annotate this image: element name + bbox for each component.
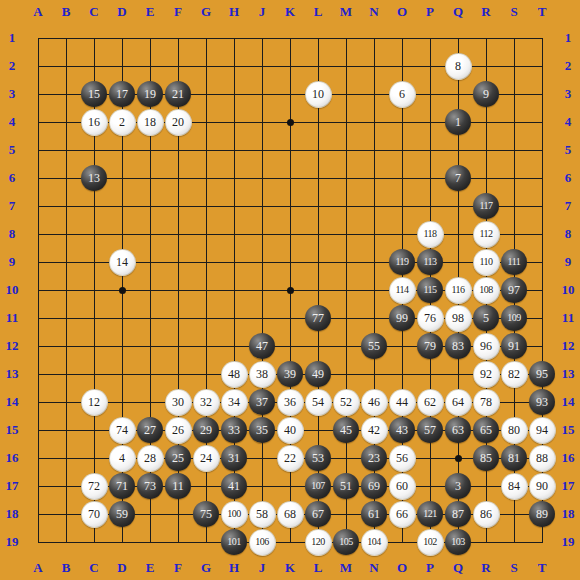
stone-white-j18-move-58: 58 (249, 501, 276, 528)
move-number: 54 (312, 396, 324, 408)
stone-black-f3-move-21: 21 (165, 81, 191, 107)
coord-right-6: 6 (556, 164, 580, 192)
stone-black-r16-move-85: 85 (473, 445, 499, 471)
move-number: 119 (395, 257, 408, 267)
stone-white-k18-move-68: 68 (277, 501, 304, 528)
move-number: 87 (452, 508, 464, 520)
star-point-k4 (287, 119, 294, 126)
move-number: 56 (396, 452, 408, 464)
move-number: 11 (172, 480, 184, 492)
move-number: 73 (144, 480, 156, 492)
move-number: 93 (536, 396, 548, 408)
coord-top-H: H (220, 0, 248, 24)
stone-black-q15-move-63: 63 (445, 417, 471, 443)
coord-right-18: 18 (556, 500, 580, 528)
coord-bottom-D: D (108, 556, 136, 580)
move-number: 55 (368, 340, 380, 352)
coord-top-B: B (52, 0, 80, 24)
stone-white-o14-move-44: 44 (389, 389, 416, 416)
stone-white-e4-move-18: 18 (137, 109, 164, 136)
move-number: 92 (480, 368, 492, 380)
stone-white-f4-move-20: 20 (165, 109, 192, 136)
stone-white-r14-move-78: 78 (473, 389, 500, 416)
go-board[interactable]: AABBCCDDEEFFGGHHJJKKLLMMNNOOPPQQRRSSTT11… (0, 0, 580, 580)
stone-white-s17-move-84: 84 (501, 473, 528, 500)
move-number: 24 (200, 452, 212, 464)
coord-bottom-P: P (416, 556, 444, 580)
stone-white-l3-move-10: 10 (305, 81, 332, 108)
coord-top-R: R (472, 0, 500, 24)
stone-black-l18-move-67: 67 (305, 501, 331, 527)
stone-black-e17-move-73: 73 (137, 473, 163, 499)
move-number: 29 (200, 424, 212, 436)
stone-black-t18-move-89: 89 (529, 501, 555, 527)
coord-bottom-L: L (304, 556, 332, 580)
move-number: 80 (508, 424, 520, 436)
move-number: 96 (480, 340, 492, 352)
move-number: 106 (255, 537, 269, 547)
move-number: 94 (536, 424, 548, 436)
move-number: 51 (340, 480, 352, 492)
star-point-d10 (119, 287, 126, 294)
stone-white-p19-move-102: 102 (417, 529, 444, 556)
stone-white-d9-move-14: 14 (109, 249, 136, 276)
move-number: 120 (311, 537, 325, 547)
stone-white-r12-move-96: 96 (473, 333, 500, 360)
move-number: 78 (480, 396, 492, 408)
coord-bottom-K: K (276, 556, 304, 580)
move-number: 121 (423, 509, 437, 519)
coord-left-17: 17 (0, 472, 24, 500)
move-number: 21 (172, 88, 184, 100)
coord-right-9: 9 (556, 248, 580, 276)
move-number: 71 (116, 480, 128, 492)
coord-right-10: 10 (556, 276, 580, 304)
coord-left-10: 10 (0, 276, 24, 304)
stone-black-e15-move-27: 27 (137, 417, 163, 443)
coord-left-18: 18 (0, 500, 24, 528)
move-number: 1 (455, 116, 461, 128)
stone-white-p14-move-62: 62 (417, 389, 444, 416)
move-number: 105 (339, 537, 353, 547)
stone-black-q17-move-3: 3 (445, 473, 471, 499)
stone-black-s16-move-81: 81 (501, 445, 527, 471)
stone-black-d3-move-17: 17 (109, 81, 135, 107)
stone-white-d15-move-74: 74 (109, 417, 136, 444)
stone-white-m14-move-52: 52 (333, 389, 360, 416)
coord-left-2: 2 (0, 52, 24, 80)
move-number: 41 (228, 480, 240, 492)
coord-bottom-G: G (192, 556, 220, 580)
coord-right-2: 2 (556, 52, 580, 80)
move-number: 59 (116, 508, 128, 520)
move-number: 89 (536, 508, 548, 520)
move-number: 67 (312, 508, 324, 520)
stone-black-t14-move-93: 93 (529, 389, 555, 415)
stone-white-s15-move-80: 80 (501, 417, 528, 444)
stone-white-n19-move-104: 104 (361, 529, 388, 556)
stone-white-c17-move-72: 72 (81, 473, 108, 500)
coord-left-15: 15 (0, 416, 24, 444)
stone-black-o15-move-43: 43 (389, 417, 415, 443)
move-number: 22 (284, 452, 296, 464)
stone-white-r8-move-112: 112 (473, 221, 500, 248)
stone-black-f16-move-25: 25 (165, 445, 191, 471)
move-number: 74 (116, 424, 128, 436)
stone-white-h14-move-34: 34 (221, 389, 248, 416)
move-number: 85 (480, 452, 492, 464)
move-number: 104 (367, 537, 381, 547)
coord-bottom-S: S (500, 556, 528, 580)
move-number: 114 (395, 285, 408, 295)
move-number: 8 (455, 60, 461, 72)
coord-right-13: 13 (556, 360, 580, 388)
stone-white-r18-move-86: 86 (473, 501, 500, 528)
coord-right-11: 11 (556, 304, 580, 332)
move-number: 19 (144, 88, 156, 100)
move-number: 113 (423, 257, 436, 267)
coord-top-O: O (388, 0, 416, 24)
coord-bottom-O: O (388, 556, 416, 580)
move-number: 90 (536, 480, 548, 492)
stone-black-c6-move-13: 13 (81, 165, 107, 191)
coord-bottom-Q: Q (444, 556, 472, 580)
move-number: 117 (479, 201, 492, 211)
stone-black-e3-move-19: 19 (137, 81, 163, 107)
coord-bottom-H: H (220, 556, 248, 580)
coord-top-N: N (360, 0, 388, 24)
coord-bottom-T: T (528, 556, 556, 580)
coord-left-1: 1 (0, 24, 24, 52)
stone-white-f14-move-30: 30 (165, 389, 192, 416)
stone-black-j15-move-35: 35 (249, 417, 275, 443)
move-number: 2 (119, 116, 125, 128)
move-number: 98 (452, 312, 464, 324)
coord-right-17: 17 (556, 472, 580, 500)
stone-black-n17-move-69: 69 (361, 473, 387, 499)
stone-black-g18-move-75: 75 (193, 501, 219, 527)
stone-black-p9-move-113: 113 (417, 249, 443, 275)
stone-black-d18-move-59: 59 (109, 501, 135, 527)
stone-white-g14-move-32: 32 (193, 389, 220, 416)
move-number: 7 (455, 172, 461, 184)
move-number: 13 (88, 172, 100, 184)
stone-black-h15-move-33: 33 (221, 417, 247, 443)
stone-black-m15-move-45: 45 (333, 417, 359, 443)
move-number: 99 (396, 312, 408, 324)
stone-white-o16-move-56: 56 (389, 445, 416, 472)
move-number: 103 (451, 537, 465, 547)
move-number: 118 (423, 229, 436, 239)
move-number: 58 (256, 508, 268, 520)
move-number: 111 (508, 257, 521, 267)
stone-black-g15-move-29: 29 (193, 417, 219, 443)
move-number: 110 (479, 257, 492, 267)
stone-black-n12-move-55: 55 (361, 333, 387, 359)
move-number: 77 (312, 312, 324, 324)
stone-white-e16-move-28: 28 (137, 445, 164, 472)
move-number: 46 (368, 396, 380, 408)
stone-black-d17-move-71: 71 (109, 473, 135, 499)
stone-black-q19-move-103: 103 (445, 529, 471, 555)
move-number: 42 (368, 424, 380, 436)
stone-white-q2-move-8: 8 (445, 53, 472, 80)
move-number: 72 (88, 480, 100, 492)
stone-black-r15-move-65: 65 (473, 417, 499, 443)
move-number: 116 (451, 285, 464, 295)
stone-white-c4-move-16: 16 (81, 109, 108, 136)
stone-black-p12-move-79: 79 (417, 333, 443, 359)
move-number: 107 (311, 481, 325, 491)
coord-left-14: 14 (0, 388, 24, 416)
move-number: 12 (88, 396, 100, 408)
stone-white-q10-move-116: 116 (445, 277, 472, 304)
star-point-q16 (455, 455, 462, 462)
move-number: 48 (228, 368, 240, 380)
stone-black-p18-move-121: 121 (417, 501, 443, 527)
stone-black-k13-move-39: 39 (277, 361, 303, 387)
coord-right-15: 15 (556, 416, 580, 444)
stone-white-k16-move-22: 22 (277, 445, 304, 472)
stone-white-r9-move-110: 110 (473, 249, 500, 276)
stone-white-d16-move-4: 4 (109, 445, 136, 472)
move-number: 44 (396, 396, 408, 408)
stone-black-s11-move-109: 109 (501, 305, 527, 331)
stone-white-g16-move-24: 24 (193, 445, 220, 472)
coord-bottom-N: N (360, 556, 388, 580)
stone-black-m19-move-105: 105 (333, 529, 359, 555)
move-number: 47 (256, 340, 268, 352)
move-number: 88 (536, 452, 548, 464)
move-number: 32 (200, 396, 212, 408)
coord-left-9: 9 (0, 248, 24, 276)
coord-right-5: 5 (556, 136, 580, 164)
stone-white-p8-move-118: 118 (417, 221, 444, 248)
move-number: 23 (368, 452, 380, 464)
stone-white-h13-move-48: 48 (221, 361, 248, 388)
stone-black-r7-move-117: 117 (473, 193, 499, 219)
move-number: 112 (479, 229, 492, 239)
stone-black-h16-move-31: 31 (221, 445, 247, 471)
move-number: 4 (119, 452, 125, 464)
stone-black-l17-move-107: 107 (305, 473, 331, 499)
coord-top-F: F (164, 0, 192, 24)
stone-black-q12-move-83: 83 (445, 333, 471, 359)
stone-white-r10-move-108: 108 (473, 277, 500, 304)
stone-white-c18-move-70: 70 (81, 501, 108, 528)
stone-black-c3-move-15: 15 (81, 81, 107, 107)
move-number: 30 (172, 396, 184, 408)
stone-black-q4-move-1: 1 (445, 109, 471, 135)
stone-white-t16-move-88: 88 (529, 445, 556, 472)
stone-white-q14-move-64: 64 (445, 389, 472, 416)
coord-right-14: 14 (556, 388, 580, 416)
coord-top-S: S (500, 0, 528, 24)
move-number: 3 (455, 480, 461, 492)
move-number: 36 (284, 396, 296, 408)
coord-top-L: L (304, 0, 332, 24)
move-number: 34 (228, 396, 240, 408)
stone-white-o18-move-66: 66 (389, 501, 416, 528)
move-number: 39 (284, 368, 296, 380)
move-number: 61 (368, 508, 380, 520)
coord-top-Q: Q (444, 0, 472, 24)
move-number: 26 (172, 424, 184, 436)
coord-bottom-C: C (80, 556, 108, 580)
move-number: 16 (88, 116, 100, 128)
coord-bottom-J: J (248, 556, 276, 580)
coord-left-3: 3 (0, 80, 24, 108)
stone-white-d4-move-2: 2 (109, 109, 136, 136)
coord-left-12: 12 (0, 332, 24, 360)
stone-black-n18-move-61: 61 (361, 501, 387, 527)
stone-black-j12-move-47: 47 (249, 333, 275, 359)
stone-white-q11-move-98: 98 (445, 305, 472, 332)
coord-left-11: 11 (0, 304, 24, 332)
go-kifu-diagram: AABBCCDDEEFFGGHHJJKKLLMMNNOOPPQQRRSSTT11… (0, 0, 580, 580)
move-number: 43 (396, 424, 408, 436)
move-number: 81 (508, 452, 520, 464)
coord-right-8: 8 (556, 220, 580, 248)
move-number: 79 (424, 340, 436, 352)
coord-right-1: 1 (556, 24, 580, 52)
move-number: 76 (424, 312, 436, 324)
stone-white-h18-move-100: 100 (221, 501, 248, 528)
coord-right-12: 12 (556, 332, 580, 360)
stone-black-h19-move-101: 101 (221, 529, 247, 555)
move-number: 45 (340, 424, 352, 436)
stone-black-s10-move-97: 97 (501, 277, 527, 303)
move-number: 95 (536, 368, 548, 380)
stone-black-l13-move-49: 49 (305, 361, 331, 387)
stone-black-s9-move-111: 111 (501, 249, 527, 275)
stone-black-r3-move-9: 9 (473, 81, 499, 107)
coord-left-19: 19 (0, 528, 24, 556)
stone-black-p15-move-57: 57 (417, 417, 443, 443)
move-number: 18 (144, 116, 156, 128)
move-number: 53 (312, 452, 324, 464)
stone-black-p10-move-115: 115 (417, 277, 443, 303)
move-number: 65 (480, 424, 492, 436)
stone-black-j14-move-37: 37 (249, 389, 275, 415)
coord-top-G: G (192, 0, 220, 24)
move-number: 57 (424, 424, 436, 436)
stone-white-t17-move-90: 90 (529, 473, 556, 500)
stone-white-o3-move-6: 6 (389, 81, 416, 108)
move-number: 108 (479, 285, 493, 295)
coord-top-E: E (136, 0, 164, 24)
move-number: 17 (116, 88, 128, 100)
coord-left-4: 4 (0, 108, 24, 136)
coord-right-7: 7 (556, 192, 580, 220)
move-number: 100 (227, 509, 241, 519)
move-number: 28 (144, 452, 156, 464)
stone-black-l16-move-53: 53 (305, 445, 331, 471)
stone-white-j19-move-106: 106 (249, 529, 276, 556)
stone-black-t13-move-95: 95 (529, 361, 555, 387)
stone-white-r13-move-92: 92 (473, 361, 500, 388)
coord-right-16: 16 (556, 444, 580, 472)
move-number: 38 (256, 368, 268, 380)
move-number: 9 (483, 88, 489, 100)
coord-left-7: 7 (0, 192, 24, 220)
stone-black-m17-move-51: 51 (333, 473, 359, 499)
move-number: 69 (368, 480, 380, 492)
move-number: 62 (424, 396, 436, 408)
coord-top-P: P (416, 0, 444, 24)
stone-white-n14-move-46: 46 (361, 389, 388, 416)
coord-bottom-A: A (24, 556, 52, 580)
coord-top-D: D (108, 0, 136, 24)
move-number: 15 (88, 88, 100, 100)
move-number: 91 (508, 340, 520, 352)
coord-bottom-M: M (332, 556, 360, 580)
stone-black-l11-move-77: 77 (305, 305, 331, 331)
move-number: 33 (228, 424, 240, 436)
stone-black-f17-move-11: 11 (165, 473, 191, 499)
stone-white-f15-move-26: 26 (165, 417, 192, 444)
move-number: 20 (172, 116, 184, 128)
move-number: 63 (452, 424, 464, 436)
move-number: 75 (200, 508, 212, 520)
stone-black-r11-move-5: 5 (473, 305, 499, 331)
move-number: 86 (480, 508, 492, 520)
move-number: 101 (227, 537, 241, 547)
move-number: 82 (508, 368, 520, 380)
stone-black-q18-move-87: 87 (445, 501, 471, 527)
coord-left-5: 5 (0, 136, 24, 164)
coord-left-16: 16 (0, 444, 24, 472)
coord-top-J: J (248, 0, 276, 24)
stone-white-l19-move-120: 120 (305, 529, 332, 556)
coord-bottom-E: E (136, 556, 164, 580)
coord-right-19: 19 (556, 528, 580, 556)
stone-white-s13-move-82: 82 (501, 361, 528, 388)
move-number: 25 (172, 452, 184, 464)
coord-bottom-B: B (52, 556, 80, 580)
stone-white-j13-move-38: 38 (249, 361, 276, 388)
coord-left-13: 13 (0, 360, 24, 388)
move-number: 115 (423, 285, 436, 295)
move-number: 68 (284, 508, 296, 520)
stone-white-n15-move-42: 42 (361, 417, 388, 444)
move-number: 14 (116, 256, 128, 268)
coord-top-A: A (24, 0, 52, 24)
stone-white-k14-move-36: 36 (277, 389, 304, 416)
stone-white-t15-move-94: 94 (529, 417, 556, 444)
stone-white-o10-move-114: 114 (389, 277, 416, 304)
stone-black-o11-move-99: 99 (389, 305, 415, 331)
move-number: 27 (144, 424, 156, 436)
move-number: 66 (396, 508, 408, 520)
coord-left-8: 8 (0, 220, 24, 248)
move-number: 52 (340, 396, 352, 408)
move-number: 102 (423, 537, 437, 547)
coord-top-C: C (80, 0, 108, 24)
stone-black-s12-move-91: 91 (501, 333, 527, 359)
move-number: 10 (312, 88, 324, 100)
star-point-k10 (287, 287, 294, 294)
move-number: 40 (284, 424, 296, 436)
stone-white-k15-move-40: 40 (277, 417, 304, 444)
move-number: 64 (452, 396, 464, 408)
coord-top-M: M (332, 0, 360, 24)
coord-right-4: 4 (556, 108, 580, 136)
move-number: 49 (312, 368, 324, 380)
stone-white-l14-move-54: 54 (305, 389, 332, 416)
move-number: 97 (508, 284, 520, 296)
stone-white-o17-move-60: 60 (389, 473, 416, 500)
